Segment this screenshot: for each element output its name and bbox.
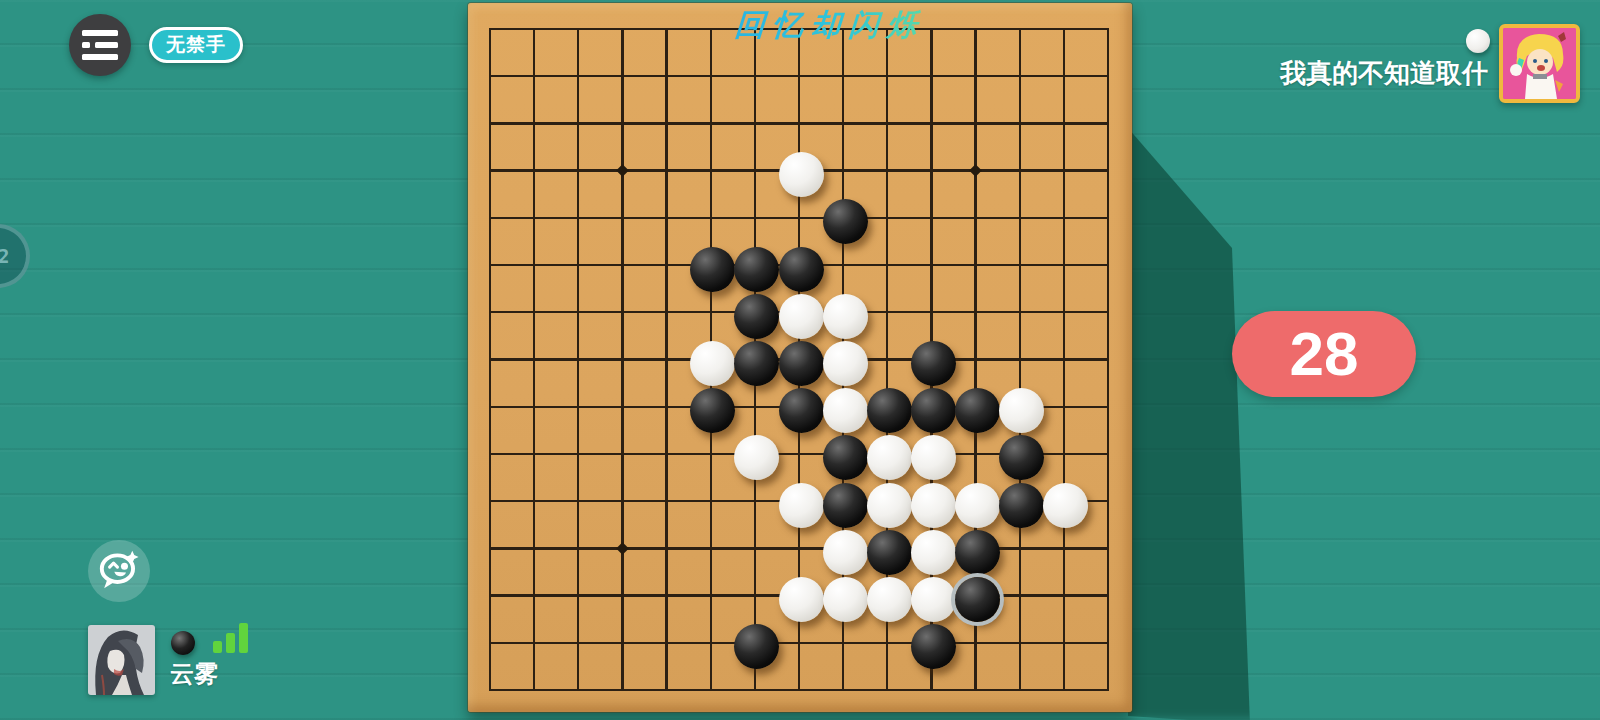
black-stone bbox=[779, 247, 824, 292]
black-stone bbox=[867, 388, 912, 433]
white-stone bbox=[779, 577, 824, 622]
white-stone bbox=[734, 435, 779, 480]
white-stone bbox=[867, 483, 912, 528]
black-stone bbox=[734, 341, 779, 386]
black-stone-last-move bbox=[955, 577, 1000, 622]
white-stone bbox=[690, 341, 735, 386]
white-stone bbox=[911, 530, 956, 575]
opponent-avatar-image bbox=[1503, 28, 1576, 99]
player-avatar[interactable] bbox=[88, 625, 155, 695]
signal-bars-icon bbox=[213, 623, 249, 653]
black-stone bbox=[690, 247, 735, 292]
black-stone bbox=[823, 435, 868, 480]
gomoku-board[interactable] bbox=[468, 3, 1132, 712]
white-stone bbox=[823, 530, 868, 575]
white-stone bbox=[779, 294, 824, 339]
star-point bbox=[616, 164, 629, 177]
black-stone bbox=[999, 435, 1044, 480]
star-point bbox=[969, 164, 982, 177]
black-stone bbox=[823, 199, 868, 244]
black-stone bbox=[734, 294, 779, 339]
white-stone bbox=[823, 341, 868, 386]
move-timer: 28 bbox=[1232, 311, 1416, 397]
opponent-name: 我真的不知道取什 bbox=[1280, 56, 1488, 91]
white-stone bbox=[779, 152, 824, 197]
player-name: 云雾 bbox=[170, 658, 218, 690]
opponent-avatar[interactable] bbox=[1499, 24, 1580, 103]
board-grid bbox=[490, 29, 1108, 690]
secondary-timer-value: 22 bbox=[0, 245, 9, 267]
black-stone bbox=[690, 388, 735, 433]
opponent-white-stone-icon bbox=[1466, 29, 1490, 53]
rule-badge: 无禁手 bbox=[149, 27, 243, 63]
game-screen: 回忆却闪烁 无禁手 22 28 我真的不知道取什 bbox=[0, 0, 1600, 720]
white-stone bbox=[867, 435, 912, 480]
white-stone bbox=[955, 483, 1000, 528]
chat-emote-button[interactable] bbox=[88, 540, 150, 602]
black-stone bbox=[779, 341, 824, 386]
white-stone bbox=[1043, 483, 1088, 528]
white-stone bbox=[823, 294, 868, 339]
black-stone bbox=[955, 388, 1000, 433]
white-stone bbox=[823, 577, 868, 622]
black-stone bbox=[779, 388, 824, 433]
white-stone bbox=[911, 435, 956, 480]
white-stone bbox=[823, 388, 868, 433]
menu-icon bbox=[82, 30, 118, 36]
white-stone bbox=[911, 483, 956, 528]
player-black-stone-icon bbox=[171, 631, 195, 655]
black-stone bbox=[911, 388, 956, 433]
room-title: 回忆却闪烁 bbox=[689, 5, 972, 46]
black-stone bbox=[911, 624, 956, 669]
white-stone bbox=[911, 577, 956, 622]
black-stone bbox=[955, 530, 1000, 575]
chat-bubble-icon bbox=[94, 546, 144, 596]
white-stone bbox=[867, 577, 912, 622]
black-stone bbox=[867, 530, 912, 575]
black-stone bbox=[823, 483, 868, 528]
white-stone bbox=[999, 388, 1044, 433]
black-stone bbox=[734, 624, 779, 669]
black-stone bbox=[999, 483, 1044, 528]
player-avatar-image bbox=[88, 625, 155, 695]
menu-button[interactable] bbox=[69, 14, 131, 76]
star-point bbox=[616, 542, 629, 555]
black-stone bbox=[734, 247, 779, 292]
black-stone bbox=[911, 341, 956, 386]
move-timer-value: 28 bbox=[1290, 323, 1359, 385]
white-stone bbox=[779, 483, 824, 528]
